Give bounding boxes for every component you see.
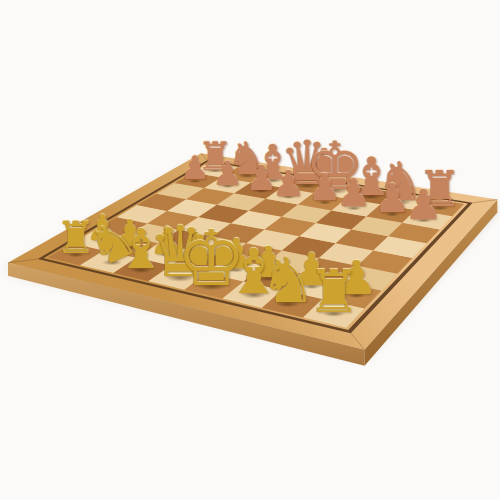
chess-set-photo: ♜♞♝♛♚♝♞♜♟♟♟♟♟♟♟♟♟♟♟♟♟♟♟♟♜♞♝♛♚♝♞♜ [0,0,500,500]
chess-board [0,0,500,500]
